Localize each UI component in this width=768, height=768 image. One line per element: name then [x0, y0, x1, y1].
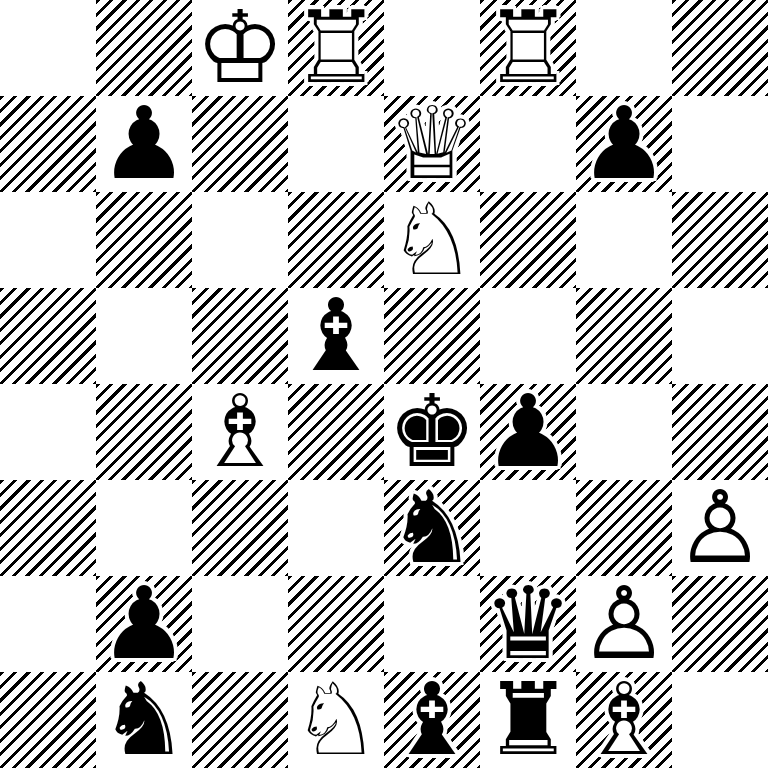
white-rook-icon: ♖: [480, 0, 576, 96]
square-b5[interactable]: [96, 288, 192, 384]
square-b7[interactable]: ♟♟: [96, 96, 192, 192]
piece-black-pawn-g7[interactable]: ♟♟: [576, 96, 672, 192]
square-a2[interactable]: [0, 576, 96, 672]
square-b8[interactable]: [96, 0, 192, 96]
square-a4[interactable]: [0, 384, 96, 480]
white-rook-icon: ♖: [288, 0, 384, 96]
square-f5[interactable]: [480, 288, 576, 384]
square-f4[interactable]: ♟♟: [480, 384, 576, 480]
piece-black-pawn-f4[interactable]: ♟♟: [480, 384, 576, 480]
square-a7[interactable]: [0, 96, 96, 192]
square-g5[interactable]: [576, 288, 672, 384]
black-pawn-icon: ♟: [96, 576, 192, 672]
white-king-icon: ♔: [192, 0, 288, 96]
piece-black-queen-f2[interactable]: ♛♛: [480, 576, 576, 672]
square-f6[interactable]: [480, 192, 576, 288]
square-g4[interactable]: [576, 384, 672, 480]
black-knight-icon: ♞: [96, 672, 192, 768]
square-c3[interactable]: [192, 480, 288, 576]
square-g8[interactable]: [576, 0, 672, 96]
square-d3[interactable]: [288, 480, 384, 576]
square-a5[interactable]: [0, 288, 96, 384]
square-h7[interactable]: [672, 96, 768, 192]
black-pawn-icon: ♟: [576, 96, 672, 192]
chess-board: ♚♔♜♖♜♖♟♟♛♕♟♟♞♘♝♝♝♗♚♚♟♟♞♞♟♙♟♟♛♛♟♙♞♞♞♘♝♝♜♜…: [0, 0, 768, 768]
square-f2[interactable]: ♛♛: [480, 576, 576, 672]
square-d8[interactable]: ♜♖: [288, 0, 384, 96]
square-e4[interactable]: ♚♚: [384, 384, 480, 480]
square-c2[interactable]: [192, 576, 288, 672]
square-e6[interactable]: ♞♘: [384, 192, 480, 288]
white-knight-icon: ♘: [384, 192, 480, 288]
black-bishop-icon: ♝: [288, 288, 384, 384]
square-c8[interactable]: ♚♔: [192, 0, 288, 96]
square-a1[interactable]: [0, 672, 96, 768]
piece-black-knight-e3[interactable]: ♞♞: [384, 480, 480, 576]
square-d6[interactable]: [288, 192, 384, 288]
piece-white-knight-d1[interactable]: ♞♘: [288, 672, 384, 768]
square-h8[interactable]: [672, 0, 768, 96]
piece-white-king-c8[interactable]: ♚♔: [192, 0, 288, 96]
square-f1[interactable]: ♜♜: [480, 672, 576, 768]
square-d2[interactable]: [288, 576, 384, 672]
square-e7[interactable]: ♛♕: [384, 96, 480, 192]
square-c7[interactable]: [192, 96, 288, 192]
piece-white-bishop-c4[interactable]: ♝♗: [192, 384, 288, 480]
square-c4[interactable]: ♝♗: [192, 384, 288, 480]
square-a6[interactable]: [0, 192, 96, 288]
square-d1[interactable]: ♞♘: [288, 672, 384, 768]
square-h1[interactable]: [672, 672, 768, 768]
square-h4[interactable]: [672, 384, 768, 480]
square-g6[interactable]: [576, 192, 672, 288]
square-e8[interactable]: [384, 0, 480, 96]
piece-black-pawn-b7[interactable]: ♟♟: [96, 96, 192, 192]
piece-black-bishop-e1[interactable]: ♝♝: [384, 672, 480, 768]
square-h6[interactable]: [672, 192, 768, 288]
square-b3[interactable]: [96, 480, 192, 576]
piece-black-pawn-b2[interactable]: ♟♟: [96, 576, 192, 672]
square-e5[interactable]: [384, 288, 480, 384]
black-bishop-icon: ♝: [384, 672, 480, 768]
square-h3[interactable]: ♟♙: [672, 480, 768, 576]
square-e1[interactable]: ♝♝: [384, 672, 480, 768]
square-c6[interactable]: [192, 192, 288, 288]
square-g2[interactable]: ♟♙: [576, 576, 672, 672]
square-e2[interactable]: [384, 576, 480, 672]
square-g7[interactable]: ♟♟: [576, 96, 672, 192]
square-e3[interactable]: ♞♞: [384, 480, 480, 576]
piece-white-queen-e7[interactable]: ♛♕: [384, 96, 480, 192]
piece-black-rook-f1[interactable]: ♜♜: [480, 672, 576, 768]
square-c5[interactable]: [192, 288, 288, 384]
piece-white-knight-e6[interactable]: ♞♘: [384, 192, 480, 288]
square-d7[interactable]: [288, 96, 384, 192]
piece-black-king-e4[interactable]: ♚♚: [384, 384, 480, 480]
chessboard-diagram: ♚♔♜♖♜♖♟♟♛♕♟♟♞♘♝♝♝♗♚♚♟♟♞♞♟♙♟♟♛♛♟♙♞♞♞♘♝♝♜♜…: [0, 0, 768, 768]
square-d4[interactable]: [288, 384, 384, 480]
white-bishop-icon: ♗: [576, 672, 672, 768]
white-knight-icon: ♘: [288, 672, 384, 768]
square-g3[interactable]: [576, 480, 672, 576]
square-a3[interactable]: [0, 480, 96, 576]
piece-white-pawn-h3[interactable]: ♟♙: [672, 480, 768, 576]
square-h2[interactable]: [672, 576, 768, 672]
square-b2[interactable]: ♟♟: [96, 576, 192, 672]
piece-black-bishop-d5[interactable]: ♝♝: [288, 288, 384, 384]
piece-white-rook-d8[interactable]: ♜♖: [288, 0, 384, 96]
white-pawn-icon: ♙: [576, 576, 672, 672]
square-f3[interactable]: [480, 480, 576, 576]
square-f8[interactable]: ♜♖: [480, 0, 576, 96]
black-pawn-icon: ♟: [480, 384, 576, 480]
piece-white-bishop-g1[interactable]: ♝♗: [576, 672, 672, 768]
white-pawn-icon: ♙: [672, 480, 768, 576]
square-d5[interactable]: ♝♝: [288, 288, 384, 384]
square-c1[interactable]: [192, 672, 288, 768]
black-queen-icon: ♛: [480, 576, 576, 672]
square-g1[interactable]: ♝♗: [576, 672, 672, 768]
piece-white-pawn-g2[interactable]: ♟♙: [576, 576, 672, 672]
piece-white-rook-f8[interactable]: ♜♖: [480, 0, 576, 96]
black-knight-icon: ♞: [384, 480, 480, 576]
square-f7[interactable]: [480, 96, 576, 192]
white-bishop-icon: ♗: [192, 384, 288, 480]
square-h5[interactable]: [672, 288, 768, 384]
piece-black-knight-b1[interactable]: ♞♞: [96, 672, 192, 768]
square-b6[interactable]: [96, 192, 192, 288]
black-rook-icon: ♜: [480, 672, 576, 768]
white-queen-icon: ♕: [384, 96, 480, 192]
square-b1[interactable]: ♞♞: [96, 672, 192, 768]
black-king-icon: ♚: [384, 384, 480, 480]
square-b4[interactable]: [96, 384, 192, 480]
square-a8[interactable]: [0, 0, 96, 96]
black-pawn-icon: ♟: [96, 96, 192, 192]
